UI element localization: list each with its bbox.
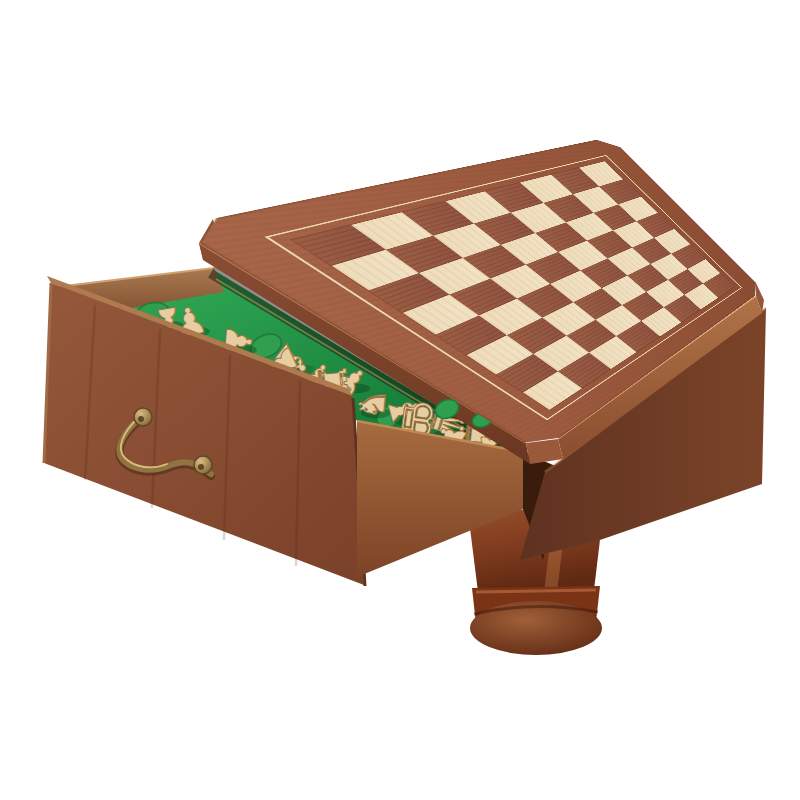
board-chamfer-near [526,439,563,464]
handle-rosette-right-pin [198,464,204,470]
handle-rosette-left-pin [138,416,144,422]
table-scene: ♟♟♟♝♟♟♟♜♞♝♚♛♜♟♟ [0,0,800,800]
leg-collar-highlight [476,590,596,592]
product-photo-chess-table: Wooden chess table with open storage dra… [0,0,800,800]
